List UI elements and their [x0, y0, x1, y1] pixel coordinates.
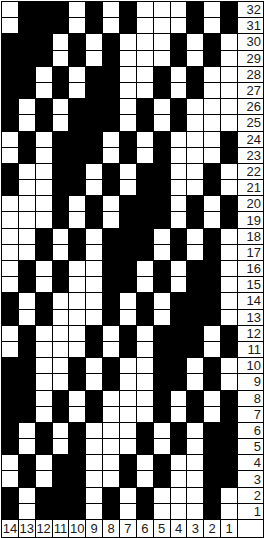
- row-number-label: 16: [238, 261, 263, 276]
- grid-cell-black: [2, 83, 18, 98]
- grid-cell-black: [86, 83, 102, 98]
- row-number-label: 1: [238, 504, 263, 519]
- grid-cell-black: [53, 67, 69, 82]
- grid-cell-white: [204, 212, 220, 227]
- grid-cell-black: [103, 261, 119, 276]
- grid-cell-black: [204, 51, 220, 66]
- grid-cell-black: [221, 391, 237, 406]
- grid-cell-black: [2, 391, 18, 406]
- grid-cell-white: [19, 196, 35, 211]
- grid-cell-white: [69, 2, 85, 17]
- grid-cell-white: [221, 51, 237, 66]
- column-number-label: 5: [154, 520, 170, 537]
- grid-cell-white: [36, 407, 52, 422]
- grid-cell-black: [103, 293, 119, 308]
- grid-cell-black: [103, 310, 119, 325]
- grid-cell-white: [187, 455, 203, 470]
- row-number-label: 31: [238, 18, 263, 33]
- grid-cell-white: [120, 115, 136, 130]
- grid-cell-black: [187, 83, 203, 98]
- grid-cell-white: [154, 423, 170, 438]
- grid-cell-white: [154, 245, 170, 260]
- grid-cell-black: [19, 326, 35, 341]
- grid-cell-black: [187, 342, 203, 357]
- grid-cell-black: [19, 67, 35, 82]
- grid-cell-white: [36, 471, 52, 486]
- grid-cell-white: [2, 132, 18, 147]
- grid-cell-white: [187, 180, 203, 195]
- grid-cell-white: [19, 212, 35, 227]
- grid-cell-white: [2, 212, 18, 227]
- grid-cell-black: [120, 245, 136, 260]
- grid-cell-white: [137, 148, 153, 163]
- grid-cell-white: [171, 132, 187, 147]
- grid-cell-black: [187, 261, 203, 276]
- grid-cell-white: [221, 67, 237, 82]
- grid-cell-white: [86, 310, 102, 325]
- grid-cell-white: [204, 2, 220, 17]
- grid-cell-black: [137, 504, 153, 519]
- grid-cell-black: [19, 471, 35, 486]
- grid-cell-white: [120, 83, 136, 98]
- grid-cell-white: [137, 358, 153, 373]
- grid-cell-black: [19, 342, 35, 357]
- grid-cell-white: [69, 407, 85, 422]
- grid-cell-white: [204, 83, 220, 98]
- grid-cell-white: [2, 326, 18, 341]
- grid-cell-white: [103, 18, 119, 33]
- grid-cell-black: [2, 504, 18, 519]
- grid-cell-white: [36, 455, 52, 470]
- grid-cell-white: [154, 488, 170, 503]
- grid-cell-white: [120, 488, 136, 503]
- row-number-label: 18: [238, 229, 263, 244]
- grid-cell-black: [154, 180, 170, 195]
- grid-cell-white: [171, 391, 187, 406]
- grid-cell-black: [19, 148, 35, 163]
- grid-cell-white: [86, 471, 102, 486]
- grid-cell-white: [171, 504, 187, 519]
- row-number-label: 14: [238, 293, 263, 308]
- grid-cell-black: [2, 99, 18, 114]
- grid-cell-white: [204, 196, 220, 211]
- grid-cell-black: [204, 423, 220, 438]
- grid-cell-black: [120, 277, 136, 292]
- row-number-label: 10: [238, 358, 263, 373]
- grid-cell-white: [221, 83, 237, 98]
- grid-cell-white: [154, 229, 170, 244]
- grid-cell-black: [53, 504, 69, 519]
- grid-cell-white: [103, 196, 119, 211]
- grid-cell-white: [204, 342, 220, 357]
- grid-cell-white: [204, 67, 220, 82]
- grid-cell-white: [187, 148, 203, 163]
- grid-cell-black: [36, 310, 52, 325]
- grid-cell-white: [137, 83, 153, 98]
- grid-cell-white: [137, 18, 153, 33]
- grid-cell-black: [171, 51, 187, 66]
- grid-cell-black: [53, 164, 69, 179]
- grid-cell-black: [154, 261, 170, 276]
- grid-cell-white: [171, 148, 187, 163]
- grid-cell-white: [137, 132, 153, 147]
- column-number-label: 8: [103, 520, 119, 537]
- grid-cell-white: [2, 148, 18, 163]
- grid-cell-white: [2, 245, 18, 260]
- grid-cell-black: [86, 18, 102, 33]
- grid-cell-white: [221, 115, 237, 130]
- column-number-label: 12: [36, 520, 52, 537]
- column-number-label: 13: [19, 520, 35, 537]
- grid-cell-white: [53, 310, 69, 325]
- grid-cell-black: [171, 358, 187, 373]
- grid-cell-white: [19, 115, 35, 130]
- grid-cell-white: [36, 196, 52, 211]
- column-number-label: 3: [187, 520, 203, 537]
- grid-cell-black: [53, 407, 69, 422]
- grid-cell-white: [171, 67, 187, 82]
- grid-cell-black: [2, 423, 18, 438]
- grid-cell-black: [154, 83, 170, 98]
- grid-cell-white: [103, 391, 119, 406]
- grid-cell-white: [86, 180, 102, 195]
- grid-cell-white: [171, 83, 187, 98]
- grid-cell-black: [204, 504, 220, 519]
- grid-cell-black: [154, 374, 170, 389]
- grid-cell-white: [36, 358, 52, 373]
- grid-cell-black: [103, 115, 119, 130]
- grid-cell-white: [137, 455, 153, 470]
- grid-cell-black: [19, 34, 35, 49]
- grid-cell-white: [53, 374, 69, 389]
- grid-cell-black: [221, 2, 237, 17]
- grid-cell-black: [154, 326, 170, 341]
- grid-cell-black: [204, 439, 220, 454]
- grid-cell-black: [69, 115, 85, 130]
- row-number-label: 9: [238, 374, 263, 389]
- grid-cell-white: [103, 132, 119, 147]
- row-number-label: 6: [238, 423, 263, 438]
- grid-cell-black: [221, 439, 237, 454]
- row-number-label: 3: [238, 471, 263, 486]
- grid-cell-black: [103, 51, 119, 66]
- grid-cell-black: [86, 326, 102, 341]
- grid-cell-black: [154, 67, 170, 82]
- grid-cell-black: [120, 455, 136, 470]
- grid-cell-white: [204, 391, 220, 406]
- grid-cell-black: [221, 212, 237, 227]
- grid-cell-white: [36, 212, 52, 227]
- grid-cell-white: [154, 310, 170, 325]
- grid-cell-white: [19, 164, 35, 179]
- grid-cell-black: [19, 2, 35, 17]
- grid-cell-black: [204, 180, 220, 195]
- row-number-label: 30: [238, 34, 263, 49]
- grid-cell-white: [53, 326, 69, 341]
- grid-cell-black: [19, 261, 35, 276]
- grid-cell-black: [2, 34, 18, 49]
- grid-cell-black: [120, 196, 136, 211]
- grid-cell-white: [103, 148, 119, 163]
- grid-cell-white: [36, 326, 52, 341]
- grid-cell-white: [171, 18, 187, 33]
- grid-cell-white: [53, 99, 69, 114]
- grid-cell-white: [2, 229, 18, 244]
- corner-cell: [238, 520, 263, 537]
- grid-cell-black: [103, 99, 119, 114]
- grid-cell-white: [187, 99, 203, 114]
- grid-cell-white: [154, 18, 170, 33]
- grid-cell-white: [120, 407, 136, 422]
- grid-cell-black: [154, 342, 170, 357]
- grid-cell-black: [154, 471, 170, 486]
- grid-cell-black: [86, 115, 102, 130]
- grid-cell-white: [2, 196, 18, 211]
- grid-cell-black: [103, 180, 119, 195]
- row-number-label: 7: [238, 407, 263, 422]
- grid-cell-black: [86, 132, 102, 147]
- grid-cell-white: [171, 164, 187, 179]
- grid-cell-white: [53, 115, 69, 130]
- grid-cell-black: [171, 34, 187, 49]
- grid-cell-black: [53, 148, 69, 163]
- grid-cell-white: [19, 180, 35, 195]
- grid-cell-white: [171, 196, 187, 211]
- grid-cell-white: [53, 245, 69, 260]
- grid-cell-black: [2, 293, 18, 308]
- grid-cell-black: [187, 407, 203, 422]
- grid-cell-black: [2, 115, 18, 130]
- grid-cell-black: [86, 67, 102, 82]
- grid-cell-black: [69, 148, 85, 163]
- grid-cell-white: [154, 115, 170, 130]
- grid-cell-black: [53, 471, 69, 486]
- grid-cell-white: [53, 439, 69, 454]
- grid-cell-black: [187, 326, 203, 341]
- grid-cell-white: [36, 148, 52, 163]
- grid-cell-white: [86, 245, 102, 260]
- grid-cell-white: [36, 261, 52, 276]
- grid-cell-black: [154, 358, 170, 373]
- grid-cell-white: [36, 277, 52, 292]
- grid-cell-black: [86, 148, 102, 163]
- grid-cell-white: [2, 18, 18, 33]
- grid-cell-white: [171, 212, 187, 227]
- grid-cell-white: [120, 423, 136, 438]
- row-number-label: 24: [238, 132, 263, 147]
- grid-cell-white: [221, 277, 237, 292]
- grid-cell-white: [171, 180, 187, 195]
- grid-cell-black: [171, 439, 187, 454]
- grid-cell-black: [103, 277, 119, 292]
- grid-cell-black: [53, 196, 69, 211]
- grid-cell-white: [53, 342, 69, 357]
- grid-cell-black: [53, 180, 69, 195]
- grid-cell-black: [137, 115, 153, 130]
- grid-cell-white: [103, 407, 119, 422]
- grid-cell-black: [187, 391, 203, 406]
- grid-cell-white: [120, 391, 136, 406]
- grid-cell-white: [2, 471, 18, 486]
- grid-cell-black: [120, 132, 136, 147]
- grid-cell-black: [221, 471, 237, 486]
- grid-cell-black: [137, 180, 153, 195]
- grid-cell-black: [69, 229, 85, 244]
- grid-cell-black: [19, 83, 35, 98]
- grid-cell-black: [103, 83, 119, 98]
- grid-cell-white: [154, 504, 170, 519]
- grid-cell-white: [86, 439, 102, 454]
- grid-cell-white: [204, 18, 220, 33]
- row-number-label: 2: [238, 488, 263, 503]
- row-number-label: 20: [238, 196, 263, 211]
- grid-cell-white: [221, 34, 237, 49]
- grid-cell-black: [19, 132, 35, 147]
- grid-cell-black: [2, 407, 18, 422]
- grid-cell-white: [69, 196, 85, 211]
- row-number-label: 19: [238, 212, 263, 227]
- grid-cell-white: [120, 67, 136, 82]
- grid-cell-black: [154, 455, 170, 470]
- grid-cell-black: [120, 2, 136, 17]
- grid-cell-white: [36, 132, 52, 147]
- grid-cell-white: [86, 164, 102, 179]
- grid-cell-black: [154, 391, 170, 406]
- grid-cell-black: [187, 310, 203, 325]
- grid-cell-white: [103, 455, 119, 470]
- grid-cell-black: [2, 488, 18, 503]
- chart-grid: 3231302928272625242322212019181716151413…: [1, 1, 264, 538]
- grid-cell-black: [171, 310, 187, 325]
- grid-cell-black: [187, 67, 203, 82]
- grid-cell-black: [86, 99, 102, 114]
- grid-cell-black: [171, 99, 187, 114]
- column-number-label: 9: [86, 520, 102, 537]
- grid-cell-white: [187, 115, 203, 130]
- grid-cell-black: [204, 34, 220, 49]
- row-number-label: 13: [238, 310, 263, 325]
- grid-cell-white: [53, 358, 69, 373]
- grid-cell-white: [137, 374, 153, 389]
- grid-cell-white: [103, 326, 119, 341]
- grid-cell-black: [137, 245, 153, 260]
- grid-cell-white: [2, 277, 18, 292]
- grid-cell-white: [69, 293, 85, 308]
- grid-cell-white: [171, 471, 187, 486]
- grid-cell-black: [187, 18, 203, 33]
- grid-cell-white: [221, 293, 237, 308]
- grid-cell-white: [86, 504, 102, 519]
- grid-cell-black: [69, 504, 85, 519]
- grid-cell-black: [154, 407, 170, 422]
- grid-cell-black: [187, 212, 203, 227]
- grid-cell-black: [19, 358, 35, 373]
- grid-cell-black: [171, 342, 187, 357]
- grid-cell-black: [103, 34, 119, 49]
- grid-cell-white: [19, 310, 35, 325]
- column-number-label: 2: [204, 520, 220, 537]
- grid-cell-black: [204, 358, 220, 373]
- grid-cell-white: [103, 342, 119, 357]
- grid-cell-black: [221, 423, 237, 438]
- grid-cell-white: [19, 504, 35, 519]
- grid-cell-black: [69, 488, 85, 503]
- grid-cell-white: [171, 488, 187, 503]
- column-number-label: 7: [120, 520, 136, 537]
- grid-cell-white: [187, 504, 203, 519]
- grid-cell-white: [69, 342, 85, 357]
- grid-cell-white: [36, 67, 52, 82]
- grid-cell-white: [221, 261, 237, 276]
- grid-cell-white: [120, 180, 136, 195]
- grid-cell-black: [36, 99, 52, 114]
- grid-cell-black: [19, 18, 35, 33]
- grid-cell-black: [53, 18, 69, 33]
- grid-cell-white: [2, 342, 18, 357]
- column-number-label: 10: [69, 520, 85, 537]
- grid-cell-black: [69, 374, 85, 389]
- column-number-label: 14: [2, 520, 18, 537]
- grid-cell-white: [171, 407, 187, 422]
- grid-cell-white: [187, 229, 203, 244]
- grid-cell-white: [86, 488, 102, 503]
- grid-cell-white: [36, 374, 52, 389]
- grid-cell-black: [171, 245, 187, 260]
- grid-cell-white: [2, 261, 18, 276]
- grid-cell-black: [69, 164, 85, 179]
- grid-cell-black: [103, 504, 119, 519]
- grid-cell-black: [2, 358, 18, 373]
- grid-cell-white: [53, 423, 69, 438]
- grid-cell-black: [137, 310, 153, 325]
- grid-cell-white: [187, 374, 203, 389]
- grid-cell-white: [69, 18, 85, 33]
- grid-cell-white: [154, 51, 170, 66]
- grid-cell-black: [86, 342, 102, 357]
- row-number-label: 26: [238, 99, 263, 114]
- grid-cell-white: [204, 115, 220, 130]
- grid-cell-white: [86, 51, 102, 66]
- grid-cell-black: [53, 455, 69, 470]
- column-number-label: 4: [171, 520, 187, 537]
- grid-cell-white: [137, 326, 153, 341]
- grid-cell-white: [86, 423, 102, 438]
- grid-cell-black: [204, 471, 220, 486]
- grid-cell-white: [187, 245, 203, 260]
- grid-cell-black: [2, 374, 18, 389]
- grid-cell-white: [36, 391, 52, 406]
- grid-cell-white: [221, 374, 237, 389]
- grid-cell-black: [221, 455, 237, 470]
- grid-cell-black: [221, 407, 237, 422]
- grid-cell-black: [53, 2, 69, 17]
- grid-cell-white: [221, 229, 237, 244]
- grid-cell-white: [69, 261, 85, 276]
- grid-cell-black: [171, 374, 187, 389]
- grid-cell-black: [36, 504, 52, 519]
- grid-cell-white: [154, 2, 170, 17]
- row-number-label: 23: [238, 148, 263, 163]
- row-number-label: 32: [238, 2, 263, 17]
- grid-cell-black: [204, 261, 220, 276]
- grid-cell-black: [69, 439, 85, 454]
- grid-cell-white: [36, 342, 52, 357]
- grid-cell-black: [36, 245, 52, 260]
- grid-cell-black: [221, 18, 237, 33]
- grid-cell-black: [204, 310, 220, 325]
- row-number-label: 27: [238, 83, 263, 98]
- grid-cell-black: [204, 245, 220, 260]
